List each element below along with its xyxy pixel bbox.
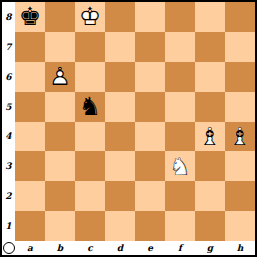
white-bishop-outline: ♗ bbox=[225, 122, 255, 152]
square-b1[interactable] bbox=[45, 211, 75, 241]
square-f5[interactable] bbox=[165, 92, 195, 122]
square-d1[interactable] bbox=[105, 211, 135, 241]
square-c2[interactable] bbox=[75, 181, 105, 211]
file-label-e: e bbox=[135, 241, 165, 255]
square-d2[interactable] bbox=[105, 181, 135, 211]
square-a2[interactable] bbox=[15, 181, 45, 211]
square-g8[interactable] bbox=[195, 2, 225, 32]
rank-label-4: 4 bbox=[2, 122, 15, 152]
square-g5[interactable] bbox=[195, 92, 225, 122]
black-knight-glyph: ♞ bbox=[75, 92, 105, 122]
square-c5[interactable]: ♞ bbox=[75, 92, 105, 122]
piece-black-knight[interactable]: ♞ bbox=[75, 92, 105, 122]
square-b5[interactable] bbox=[45, 92, 75, 122]
square-f2[interactable] bbox=[165, 181, 195, 211]
square-h6[interactable] bbox=[225, 62, 255, 92]
square-d6[interactable] bbox=[105, 62, 135, 92]
square-a5[interactable] bbox=[15, 92, 45, 122]
chess-diagram: 8♚♚♔76♟♙5♞4♝♗♝♗3♞♘21abcdefgh bbox=[0, 0, 257, 257]
square-h1[interactable] bbox=[225, 211, 255, 241]
white-pawn-outline: ♙ bbox=[45, 62, 75, 92]
square-e5[interactable] bbox=[135, 92, 165, 122]
rank-label-3: 3 bbox=[2, 151, 15, 181]
file-label-b: b bbox=[45, 241, 75, 255]
rank-label-1: 1 bbox=[2, 211, 15, 241]
rank-label-7: 7 bbox=[2, 32, 15, 62]
square-d7[interactable] bbox=[105, 32, 135, 62]
square-e4[interactable] bbox=[135, 122, 165, 152]
square-b6[interactable]: ♟♙ bbox=[45, 62, 75, 92]
square-g6[interactable] bbox=[195, 62, 225, 92]
file-label-f: f bbox=[165, 241, 195, 255]
square-b8[interactable] bbox=[45, 2, 75, 32]
square-f6[interactable] bbox=[165, 62, 195, 92]
square-g3[interactable] bbox=[195, 151, 225, 181]
square-g7[interactable] bbox=[195, 32, 225, 62]
square-h7[interactable] bbox=[225, 32, 255, 62]
piece-white-pawn[interactable]: ♟♙ bbox=[45, 62, 75, 92]
rank-label-2: 2 bbox=[2, 181, 15, 211]
square-e8[interactable] bbox=[135, 2, 165, 32]
rank-label-8: 8 bbox=[2, 2, 15, 32]
square-f1[interactable] bbox=[165, 211, 195, 241]
square-e1[interactable] bbox=[135, 211, 165, 241]
file-label-a: a bbox=[15, 241, 45, 255]
square-b7[interactable] bbox=[45, 32, 75, 62]
square-h3[interactable] bbox=[225, 151, 255, 181]
square-a4[interactable] bbox=[15, 122, 45, 152]
square-b3[interactable] bbox=[45, 151, 75, 181]
square-g2[interactable] bbox=[195, 181, 225, 211]
square-b2[interactable] bbox=[45, 181, 75, 211]
square-c8[interactable]: ♚♔ bbox=[75, 2, 105, 32]
file-label-d: d bbox=[105, 241, 135, 255]
square-d8[interactable] bbox=[105, 2, 135, 32]
square-c6[interactable] bbox=[75, 62, 105, 92]
square-d5[interactable] bbox=[105, 92, 135, 122]
square-g1[interactable] bbox=[195, 211, 225, 241]
square-a3[interactable] bbox=[15, 151, 45, 181]
piece-white-bishop[interactable]: ♝♗ bbox=[225, 122, 255, 152]
square-f8[interactable] bbox=[165, 2, 195, 32]
square-e2[interactable] bbox=[135, 181, 165, 211]
square-a1[interactable] bbox=[15, 211, 45, 241]
white-bishop-outline: ♗ bbox=[195, 122, 225, 152]
piece-white-king[interactable]: ♚♔ bbox=[75, 2, 105, 32]
file-label-h: h bbox=[225, 241, 255, 255]
square-c1[interactable] bbox=[75, 211, 105, 241]
square-c3[interactable] bbox=[75, 151, 105, 181]
square-c7[interactable] bbox=[75, 32, 105, 62]
square-e3[interactable] bbox=[135, 151, 165, 181]
square-f7[interactable] bbox=[165, 32, 195, 62]
square-h4[interactable]: ♝♗ bbox=[225, 122, 255, 152]
rank-label-5: 5 bbox=[2, 92, 15, 122]
square-e6[interactable] bbox=[135, 62, 165, 92]
square-h2[interactable] bbox=[225, 181, 255, 211]
square-f3[interactable]: ♞♘ bbox=[165, 151, 195, 181]
square-a8[interactable]: ♚ bbox=[15, 2, 45, 32]
chess-board: 8♚♚♔76♟♙5♞4♝♗♝♗3♞♘21abcdefgh bbox=[2, 2, 255, 255]
piece-white-knight[interactable]: ♞♘ bbox=[165, 151, 195, 181]
square-g4[interactable]: ♝♗ bbox=[195, 122, 225, 152]
white-king-outline: ♔ bbox=[75, 2, 105, 32]
square-h5[interactable] bbox=[225, 92, 255, 122]
square-d3[interactable] bbox=[105, 151, 135, 181]
square-f4[interactable] bbox=[165, 122, 195, 152]
square-a6[interactable] bbox=[15, 62, 45, 92]
to-move-indicator bbox=[2, 241, 15, 255]
black-king-glyph: ♚ bbox=[15, 2, 45, 32]
square-h8[interactable] bbox=[225, 2, 255, 32]
file-label-g: g bbox=[195, 241, 225, 255]
rank-label-6: 6 bbox=[2, 62, 15, 92]
square-d4[interactable] bbox=[105, 122, 135, 152]
piece-white-bishop[interactable]: ♝♗ bbox=[195, 122, 225, 152]
square-e7[interactable] bbox=[135, 32, 165, 62]
white-to-move-icon bbox=[3, 242, 15, 254]
piece-black-king[interactable]: ♚ bbox=[15, 2, 45, 32]
white-knight-outline: ♘ bbox=[165, 151, 195, 181]
square-a7[interactable] bbox=[15, 32, 45, 62]
square-c4[interactable] bbox=[75, 122, 105, 152]
file-label-c: c bbox=[75, 241, 105, 255]
square-b4[interactable] bbox=[45, 122, 75, 152]
